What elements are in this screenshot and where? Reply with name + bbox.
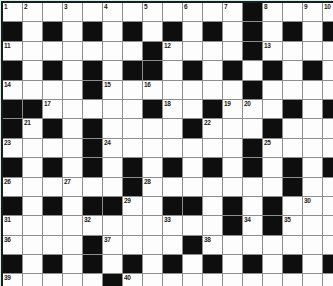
black-cell (183, 61, 202, 79)
white-cell[interactable] (143, 119, 162, 137)
white-cell[interactable] (283, 197, 302, 215)
clue-number: 27 (64, 178, 71, 185)
white-cell[interactable] (223, 236, 242, 254)
white-cell[interactable] (43, 274, 62, 286)
white-cell[interactable] (303, 139, 322, 157)
black-cell (3, 119, 22, 137)
white-cell[interactable] (83, 100, 102, 118)
clue-number: 31 (4, 216, 11, 223)
black-cell (163, 197, 182, 215)
white-cell[interactable]: 11 (3, 42, 22, 60)
white-cell[interactable]: 19 (223, 100, 242, 118)
white-cell[interactable] (223, 178, 242, 196)
black-cell (103, 274, 122, 286)
white-cell[interactable] (143, 197, 162, 215)
white-cell[interactable]: 3 (63, 3, 82, 21)
white-cell[interactable] (303, 100, 322, 118)
white-cell[interactable]: 31 (3, 216, 22, 234)
black-cell (243, 22, 262, 40)
white-cell[interactable]: 17 (43, 100, 62, 118)
clue-number: 4 (104, 3, 107, 10)
white-cell[interactable] (143, 236, 162, 254)
white-cell[interactable] (103, 100, 122, 118)
white-cell[interactable]: 10 (323, 3, 333, 21)
black-cell (263, 61, 282, 79)
white-cell[interactable] (63, 255, 82, 273)
white-cell[interactable] (203, 3, 222, 21)
white-cell[interactable] (303, 158, 322, 176)
white-cell[interactable]: 7 (223, 3, 242, 21)
black-cell (3, 197, 22, 215)
black-cell (123, 255, 142, 273)
black-cell (183, 197, 202, 215)
white-cell[interactable] (63, 197, 82, 215)
black-cell (183, 119, 202, 137)
black-cell (3, 158, 22, 176)
white-cell[interactable] (143, 22, 162, 40)
white-cell[interactable] (303, 42, 322, 60)
white-cell[interactable] (143, 216, 162, 234)
white-cell[interactable] (263, 81, 282, 99)
black-cell (203, 158, 222, 176)
white-cell[interactable] (223, 255, 242, 273)
white-cell[interactable]: 13 (263, 42, 282, 60)
black-cell (83, 197, 102, 215)
black-cell (283, 22, 302, 40)
black-cell (243, 42, 262, 60)
white-cell[interactable] (23, 42, 42, 60)
black-cell (83, 139, 102, 157)
crossword-board: 1234567891011121314151617181920212223242… (1, 1, 333, 286)
black-cell (83, 22, 102, 40)
black-cell (263, 216, 282, 234)
black-cell (143, 100, 162, 118)
white-cell[interactable] (23, 81, 42, 99)
clue-number: 28 (144, 178, 151, 185)
white-cell[interactable] (203, 42, 222, 60)
black-cell (223, 197, 242, 215)
clue-number: 10 (324, 3, 331, 10)
clue-number: 39 (4, 274, 11, 281)
white-cell[interactable] (163, 274, 182, 286)
white-cell[interactable] (123, 42, 142, 60)
black-cell (83, 158, 102, 176)
white-cell[interactable] (223, 158, 242, 176)
white-cell[interactable]: 14 (3, 81, 22, 99)
white-cell[interactable] (103, 158, 122, 176)
white-cell[interactable] (23, 178, 42, 196)
white-cell[interactable] (43, 81, 62, 99)
clue-number: 33 (164, 216, 171, 223)
black-cell (3, 61, 22, 79)
white-cell[interactable] (323, 236, 333, 254)
clue-number: 7 (224, 3, 227, 10)
white-cell[interactable] (323, 139, 333, 157)
white-cell[interactable] (243, 61, 262, 79)
black-cell (323, 255, 333, 273)
crossword-grid: 1234567891011121314151617181920212223242… (1, 1, 333, 286)
white-cell[interactable] (103, 216, 122, 234)
white-cell[interactable] (123, 81, 142, 99)
black-cell (43, 255, 62, 273)
white-cell[interactable]: 12 (163, 42, 182, 60)
black-cell (243, 255, 262, 273)
black-cell (3, 22, 22, 40)
white-cell[interactable] (323, 197, 333, 215)
white-cell[interactable] (203, 81, 222, 99)
white-cell[interactable] (63, 216, 82, 234)
clue-number: 13 (264, 42, 271, 49)
black-cell (163, 22, 182, 40)
clue-number: 23 (4, 139, 11, 146)
white-cell[interactable] (123, 139, 142, 157)
white-cell[interactable] (23, 197, 42, 215)
black-cell (143, 42, 162, 60)
black-cell (83, 61, 102, 79)
black-cell (83, 236, 102, 254)
white-cell[interactable]: 25 (263, 139, 282, 157)
white-cell[interactable] (303, 119, 322, 137)
white-cell[interactable]: 18 (163, 100, 182, 118)
black-cell (323, 22, 333, 40)
white-cell[interactable] (63, 274, 82, 286)
black-cell (323, 100, 333, 118)
white-cell[interactable]: 24 (103, 139, 122, 157)
clue-number: 32 (84, 216, 91, 223)
clue-number: 3 (64, 3, 67, 10)
white-cell[interactable] (43, 216, 62, 234)
clue-number: 38 (204, 236, 211, 243)
white-cell[interactable] (223, 42, 242, 60)
white-cell[interactable] (303, 22, 322, 40)
white-cell[interactable] (183, 178, 202, 196)
white-cell[interactable] (103, 22, 122, 40)
clue-number: 22 (204, 119, 211, 126)
black-cell (3, 255, 22, 273)
white-cell[interactable] (203, 197, 222, 215)
white-cell[interactable] (303, 274, 322, 286)
white-cell[interactable]: 16 (143, 81, 162, 99)
clue-number: 6 (184, 3, 187, 10)
white-cell[interactable]: 6 (183, 3, 202, 21)
white-cell[interactable] (83, 3, 102, 21)
white-cell[interactable] (143, 158, 162, 176)
clue-number: 24 (104, 139, 111, 146)
white-cell[interactable] (183, 274, 202, 286)
black-cell (3, 100, 22, 118)
white-cell[interactable] (323, 119, 333, 137)
clue-number: 16 (144, 81, 151, 88)
white-cell[interactable]: 4 (103, 3, 122, 21)
white-cell[interactable] (183, 158, 202, 176)
white-cell[interactable] (143, 274, 162, 286)
white-cell[interactable] (143, 255, 162, 273)
white-cell[interactable] (123, 100, 142, 118)
white-cell[interactable] (103, 255, 122, 273)
white-cell[interactable] (23, 158, 42, 176)
black-cell (283, 255, 302, 273)
white-cell[interactable] (243, 178, 262, 196)
clue-number: 35 (284, 216, 291, 223)
white-cell[interactable] (283, 274, 302, 286)
white-cell[interactable] (303, 178, 322, 196)
clue-number: 14 (4, 81, 11, 88)
white-cell[interactable] (163, 3, 182, 21)
clue-number: 15 (104, 81, 111, 88)
white-cell[interactable] (43, 236, 62, 254)
white-cell[interactable] (63, 22, 82, 40)
white-cell[interactable] (183, 139, 202, 157)
clue-number: 9 (304, 3, 307, 10)
white-cell[interactable] (23, 139, 42, 157)
white-cell[interactable] (63, 236, 82, 254)
white-cell[interactable]: 35 (283, 216, 302, 234)
black-cell (303, 61, 322, 79)
black-cell (243, 3, 262, 21)
white-cell[interactable] (263, 158, 282, 176)
white-cell[interactable] (283, 139, 302, 157)
white-cell[interactable]: 5 (143, 3, 162, 21)
white-cell[interactable]: 29 (123, 197, 142, 215)
white-cell[interactable] (323, 61, 333, 79)
white-cell[interactable] (243, 274, 262, 286)
black-cell (123, 178, 142, 196)
white-cell[interactable] (63, 42, 82, 60)
white-cell[interactable] (83, 42, 102, 60)
white-cell[interactable] (323, 274, 333, 286)
white-cell[interactable] (183, 100, 202, 118)
white-cell[interactable] (283, 236, 302, 254)
white-cell[interactable] (163, 119, 182, 137)
white-cell[interactable] (43, 3, 62, 21)
white-cell[interactable] (183, 22, 202, 40)
white-cell[interactable]: 1 (3, 3, 22, 21)
white-cell[interactable] (43, 139, 62, 157)
white-cell[interactable] (163, 81, 182, 99)
white-cell[interactable] (23, 216, 42, 234)
white-cell[interactable]: 40 (123, 274, 142, 286)
white-cell[interactable] (223, 274, 242, 286)
white-cell[interactable] (263, 22, 282, 40)
white-cell[interactable] (243, 236, 262, 254)
clue-number: 18 (164, 100, 171, 107)
white-cell[interactable] (183, 81, 202, 99)
black-cell (203, 100, 222, 118)
white-cell[interactable]: 23 (3, 139, 22, 157)
clue-number: 30 (304, 197, 311, 204)
white-cell[interactable]: 33 (163, 216, 182, 234)
white-cell[interactable] (163, 139, 182, 157)
white-cell[interactable] (163, 178, 182, 196)
white-cell[interactable] (63, 119, 82, 137)
white-cell[interactable] (183, 42, 202, 60)
clue-number: 5 (144, 3, 147, 10)
clue-number: 21 (24, 119, 31, 126)
black-cell (43, 197, 62, 215)
white-cell[interactable]: 8 (263, 3, 282, 21)
white-cell[interactable]: 26 (3, 178, 22, 196)
white-cell[interactable] (283, 42, 302, 60)
black-cell (203, 255, 222, 273)
white-cell[interactable]: 38 (203, 236, 222, 254)
clue-number: 36 (4, 236, 11, 243)
black-cell (43, 22, 62, 40)
clue-number: 37 (104, 236, 111, 243)
black-cell (123, 158, 142, 176)
clue-number: 20 (244, 100, 251, 107)
white-cell[interactable] (323, 42, 333, 60)
white-cell[interactable] (23, 236, 42, 254)
black-cell (103, 197, 122, 215)
white-cell[interactable] (183, 255, 202, 273)
white-cell[interactable] (123, 3, 142, 21)
white-cell[interactable] (223, 81, 242, 99)
black-cell (283, 178, 302, 196)
clue-number: 19 (224, 100, 231, 107)
clue-number: 17 (44, 100, 51, 107)
black-cell (43, 119, 62, 137)
white-cell[interactable] (243, 197, 262, 215)
white-cell[interactable] (163, 236, 182, 254)
white-cell[interactable] (23, 274, 42, 286)
white-cell[interactable]: 27 (63, 178, 82, 196)
black-cell (183, 236, 202, 254)
white-cell[interactable]: 39 (3, 274, 22, 286)
white-cell[interactable] (323, 216, 333, 234)
black-cell (43, 158, 62, 176)
black-cell (163, 255, 182, 273)
black-cell (283, 158, 302, 176)
white-cell[interactable] (83, 178, 102, 196)
clue-number: 40 (124, 274, 131, 281)
black-cell (263, 197, 282, 215)
white-cell[interactable] (123, 236, 142, 254)
white-cell[interactable] (263, 274, 282, 286)
white-cell[interactable]: 2 (23, 3, 42, 21)
black-cell (23, 100, 42, 118)
white-cell[interactable] (323, 178, 333, 196)
white-cell[interactable] (23, 22, 42, 40)
white-cell[interactable]: 30 (303, 197, 322, 215)
white-cell[interactable] (303, 236, 322, 254)
white-cell[interactable]: 32 (83, 216, 102, 234)
black-cell (243, 158, 262, 176)
white-cell[interactable] (23, 61, 42, 79)
black-cell (223, 61, 242, 79)
clue-number: 1 (4, 3, 7, 10)
white-cell[interactable] (43, 42, 62, 60)
black-cell (83, 119, 102, 137)
black-cell (123, 61, 142, 79)
white-cell[interactable] (203, 178, 222, 196)
white-cell[interactable] (283, 3, 302, 21)
white-cell[interactable] (283, 61, 302, 79)
white-cell[interactable] (243, 119, 262, 137)
white-cell[interactable] (123, 119, 142, 137)
white-cell[interactable] (103, 178, 122, 196)
black-cell (203, 22, 222, 40)
white-cell[interactable] (323, 81, 333, 99)
white-cell[interactable] (43, 178, 62, 196)
black-cell (243, 139, 262, 157)
black-cell (223, 216, 242, 234)
white-cell[interactable] (303, 216, 322, 234)
white-cell[interactable]: 36 (3, 236, 22, 254)
white-cell[interactable]: 20 (243, 100, 262, 118)
black-cell (143, 61, 162, 79)
white-cell[interactable] (283, 81, 302, 99)
black-cell (323, 158, 333, 176)
white-cell[interactable]: 9 (303, 3, 322, 21)
black-cell (83, 255, 102, 273)
black-cell (243, 81, 262, 99)
white-cell[interactable] (63, 139, 82, 157)
white-cell[interactable] (303, 81, 322, 99)
white-cell[interactable] (283, 119, 302, 137)
white-cell[interactable] (103, 61, 122, 79)
white-cell[interactable] (223, 22, 242, 40)
clue-number: 34 (244, 216, 251, 223)
white-cell[interactable]: 15 (103, 81, 122, 99)
white-cell[interactable] (123, 216, 142, 234)
black-cell (43, 61, 62, 79)
white-cell[interactable] (223, 139, 242, 157)
black-cell (163, 158, 182, 176)
white-cell[interactable]: 37 (103, 236, 122, 254)
black-cell (283, 100, 302, 118)
clue-number: 29 (124, 197, 131, 204)
white-cell[interactable] (263, 178, 282, 196)
white-cell[interactable]: 28 (143, 178, 162, 196)
clue-number: 8 (264, 3, 267, 10)
white-cell[interactable] (303, 255, 322, 273)
white-cell[interactable] (263, 236, 282, 254)
white-cell[interactable] (83, 274, 102, 286)
white-cell[interactable] (263, 100, 282, 118)
white-cell[interactable] (103, 119, 122, 137)
black-cell (263, 119, 282, 137)
clue-number: 11 (4, 42, 10, 49)
white-cell[interactable] (203, 61, 222, 79)
white-cell[interactable] (263, 255, 282, 273)
white-cell[interactable] (203, 274, 222, 286)
white-cell[interactable] (143, 139, 162, 157)
white-cell[interactable] (63, 100, 82, 118)
white-cell[interactable] (163, 61, 182, 79)
black-cell (83, 81, 102, 99)
white-cell[interactable] (103, 42, 122, 60)
clue-number: 25 (264, 139, 271, 146)
white-cell[interactable] (63, 158, 82, 176)
black-cell (123, 22, 142, 40)
clue-number: 2 (24, 3, 27, 10)
clue-number: 12 (164, 42, 171, 49)
white-cell[interactable] (203, 216, 222, 234)
white-cell[interactable]: 34 (243, 216, 262, 234)
white-cell[interactable]: 22 (203, 119, 222, 137)
clue-number: 26 (4, 178, 11, 185)
white-cell[interactable] (63, 61, 82, 79)
white-cell[interactable] (23, 255, 42, 273)
white-cell[interactable] (183, 216, 202, 234)
white-cell[interactable] (203, 139, 222, 157)
white-cell[interactable]: 21 (23, 119, 42, 137)
white-cell[interactable] (63, 81, 82, 99)
white-cell[interactable] (223, 119, 242, 137)
